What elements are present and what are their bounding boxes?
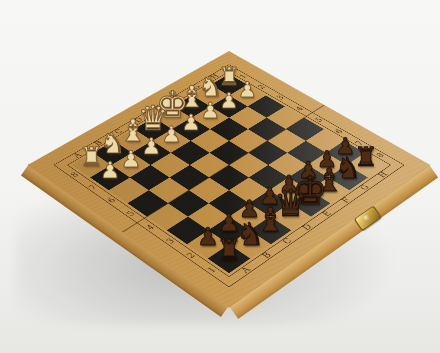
white-pawn[interactable]: ♟ <box>161 123 181 145</box>
white-pawn[interactable]: ♟ <box>181 112 201 134</box>
chess-set-photo: 81AH72BG63CF54DE45ED36FC27GB18HA ♜♞♝♚♛♝♞… <box>0 0 440 353</box>
white-pawn[interactable]: ♟ <box>100 159 121 182</box>
white-pawn[interactable]: ♟ <box>141 135 161 158</box>
white-pawn[interactable]: ♟ <box>219 89 238 111</box>
corner-marker-left <box>28 164 30 165</box>
corner-marker-far <box>228 51 230 52</box>
black-rook[interactable]: ♜ <box>216 236 242 265</box>
white-pawn[interactable]: ♟ <box>121 147 141 170</box>
white-pawn[interactable]: ♟ <box>238 79 257 100</box>
white-pawn[interactable]: ♟ <box>200 100 220 122</box>
